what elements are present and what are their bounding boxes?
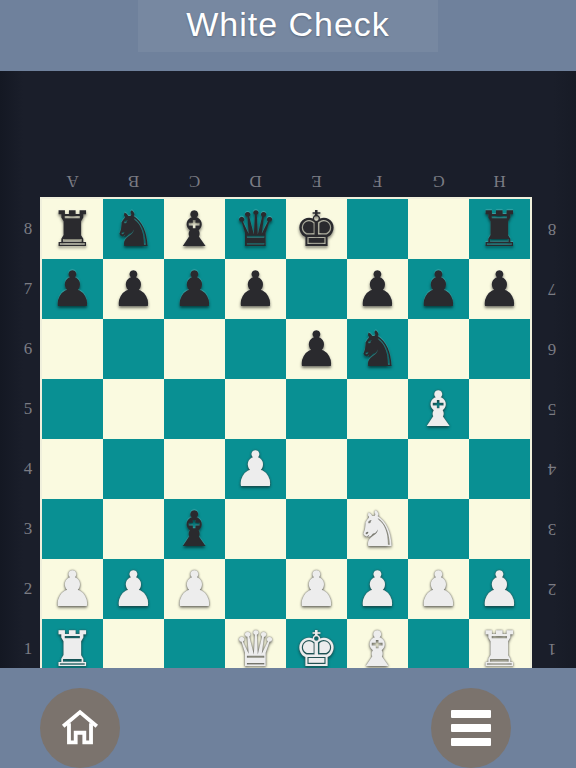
rank-label-7: 7 xyxy=(538,259,566,319)
page-title: White Check xyxy=(0,5,576,44)
rank-label-6: 6 xyxy=(14,319,42,379)
square-b3[interactable] xyxy=(103,499,164,559)
square-g5[interactable]: ♝ xyxy=(408,379,469,439)
piece-black-pawn: ♟ xyxy=(356,265,400,314)
square-c2[interactable]: ♟ xyxy=(164,559,225,619)
square-a7[interactable]: ♟ xyxy=(42,259,103,319)
square-h8[interactable]: ♜ xyxy=(469,199,530,259)
file-label-c: C xyxy=(164,168,225,194)
file-label-b: B xyxy=(103,168,164,194)
square-e6[interactable]: ♟ xyxy=(286,319,347,379)
square-f3[interactable]: ♞ xyxy=(347,499,408,559)
piece-white-king: ♚ xyxy=(295,625,339,674)
square-d3[interactable] xyxy=(225,499,286,559)
piece-white-knight: ♞ xyxy=(356,505,400,554)
square-b4[interactable] xyxy=(103,439,164,499)
square-a4[interactable] xyxy=(42,439,103,499)
square-h2[interactable]: ♟ xyxy=(469,559,530,619)
piece-black-rook: ♜ xyxy=(478,205,522,254)
square-g8[interactable] xyxy=(408,199,469,259)
square-d5[interactable] xyxy=(225,379,286,439)
square-b7[interactable]: ♟ xyxy=(103,259,164,319)
piece-black-bishop: ♝ xyxy=(173,205,217,254)
piece-white-pawn: ♟ xyxy=(478,565,522,614)
square-e7[interactable] xyxy=(286,259,347,319)
square-c3[interactable]: ♝ xyxy=(164,499,225,559)
piece-black-pawn: ♟ xyxy=(112,265,156,314)
home-button[interactable] xyxy=(40,688,120,768)
hamburger-icon xyxy=(451,710,491,746)
rank-label-8: 8 xyxy=(538,199,566,259)
square-b5[interactable] xyxy=(103,379,164,439)
piece-black-pawn: ♟ xyxy=(234,265,278,314)
square-h7[interactable]: ♟ xyxy=(469,259,530,319)
square-f4[interactable] xyxy=(347,439,408,499)
square-e2[interactable]: ♟ xyxy=(286,559,347,619)
piece-black-pawn: ♟ xyxy=(417,265,461,314)
square-a2[interactable]: ♟ xyxy=(42,559,103,619)
square-d6[interactable] xyxy=(225,319,286,379)
square-b6[interactable] xyxy=(103,319,164,379)
square-e5[interactable] xyxy=(286,379,347,439)
rank-label-5: 5 xyxy=(14,379,42,439)
piece-black-bishop: ♝ xyxy=(173,505,217,554)
rank-label-3: 3 xyxy=(538,499,566,559)
square-f8[interactable] xyxy=(347,199,408,259)
piece-white-pawn: ♟ xyxy=(356,565,400,614)
square-f7[interactable]: ♟ xyxy=(347,259,408,319)
square-h4[interactable] xyxy=(469,439,530,499)
rank-label-5: 5 xyxy=(538,379,566,439)
piece-black-knight: ♞ xyxy=(112,205,156,254)
square-g4[interactable] xyxy=(408,439,469,499)
menu-button[interactable] xyxy=(431,688,511,768)
square-h6[interactable] xyxy=(469,319,530,379)
square-c8[interactable]: ♝ xyxy=(164,199,225,259)
square-a8[interactable]: ♜ xyxy=(42,199,103,259)
footer-bar xyxy=(0,668,576,768)
file-label-e: E xyxy=(286,168,347,194)
file-label-h: H xyxy=(469,168,530,194)
square-f2[interactable]: ♟ xyxy=(347,559,408,619)
file-labels-top: ABCDEFGH xyxy=(42,168,530,194)
rank-label-2: 2 xyxy=(14,559,42,619)
square-c5[interactable] xyxy=(164,379,225,439)
header-bar: White Check xyxy=(0,0,576,71)
square-h3[interactable] xyxy=(469,499,530,559)
square-d2[interactable] xyxy=(225,559,286,619)
square-a5[interactable] xyxy=(42,379,103,439)
piece-black-queen: ♛ xyxy=(234,205,278,254)
rank-label-2: 2 xyxy=(538,559,566,619)
file-label-d: D xyxy=(225,168,286,194)
rank-label-3: 3 xyxy=(14,499,42,559)
home-icon xyxy=(57,704,103,753)
square-a3[interactable] xyxy=(42,499,103,559)
file-label-f: F xyxy=(347,168,408,194)
rank-label-8: 8 xyxy=(14,199,42,259)
piece-white-queen: ♛ xyxy=(234,625,278,674)
square-e4[interactable] xyxy=(286,439,347,499)
file-label-a: A xyxy=(42,168,103,194)
piece-white-bishop: ♝ xyxy=(356,625,400,674)
rank-label-4: 4 xyxy=(538,439,566,499)
square-e8[interactable]: ♚ xyxy=(286,199,347,259)
square-g6[interactable] xyxy=(408,319,469,379)
piece-white-pawn: ♟ xyxy=(295,565,339,614)
piece-white-bishop: ♝ xyxy=(417,385,461,434)
piece-black-pawn: ♟ xyxy=(173,265,217,314)
square-d4[interactable]: ♟ xyxy=(225,439,286,499)
piece-black-rook: ♜ xyxy=(51,205,95,254)
piece-white-pawn: ♟ xyxy=(417,565,461,614)
piece-white-pawn: ♟ xyxy=(51,565,95,614)
rank-label-6: 6 xyxy=(538,319,566,379)
piece-black-pawn: ♟ xyxy=(478,265,522,314)
file-label-g: G xyxy=(408,168,469,194)
rank-label-4: 4 xyxy=(14,439,42,499)
square-f6[interactable]: ♞ xyxy=(347,319,408,379)
square-c6[interactable] xyxy=(164,319,225,379)
piece-white-pawn: ♟ xyxy=(112,565,156,614)
chess-board: ♜♞♝♛♚♜♟♟♟♟♟♟♟♟♞♝♟♝♞♟♟♟♟♟♟♟♜♛♚♝♜ xyxy=(40,197,532,681)
piece-white-rook: ♜ xyxy=(478,625,522,674)
piece-black-pawn: ♟ xyxy=(51,265,95,314)
square-e3[interactable] xyxy=(286,499,347,559)
piece-white-rook: ♜ xyxy=(51,625,95,674)
square-h5[interactable] xyxy=(469,379,530,439)
square-c7[interactable]: ♟ xyxy=(164,259,225,319)
square-b2[interactable]: ♟ xyxy=(103,559,164,619)
board-frame: ABCDEFGH ABCDEFGH 87654321 87654321 ♜♞♝♛… xyxy=(0,71,576,668)
square-g3[interactable] xyxy=(408,499,469,559)
piece-white-pawn: ♟ xyxy=(234,445,278,494)
piece-black-king: ♚ xyxy=(295,205,339,254)
piece-white-pawn: ♟ xyxy=(173,565,217,614)
square-b8[interactable]: ♞ xyxy=(103,199,164,259)
square-c4[interactable] xyxy=(164,439,225,499)
piece-black-pawn: ♟ xyxy=(295,325,339,374)
square-f5[interactable] xyxy=(347,379,408,439)
rank-label-7: 7 xyxy=(14,259,42,319)
square-d7[interactable]: ♟ xyxy=(225,259,286,319)
square-g7[interactable]: ♟ xyxy=(408,259,469,319)
square-g2[interactable]: ♟ xyxy=(408,559,469,619)
rank-labels-left: 87654321 xyxy=(14,199,42,679)
piece-black-knight: ♞ xyxy=(356,325,400,374)
square-a6[interactable] xyxy=(42,319,103,379)
rank-labels-right: 87654321 xyxy=(538,199,566,679)
square-d8[interactable]: ♛ xyxy=(225,199,286,259)
